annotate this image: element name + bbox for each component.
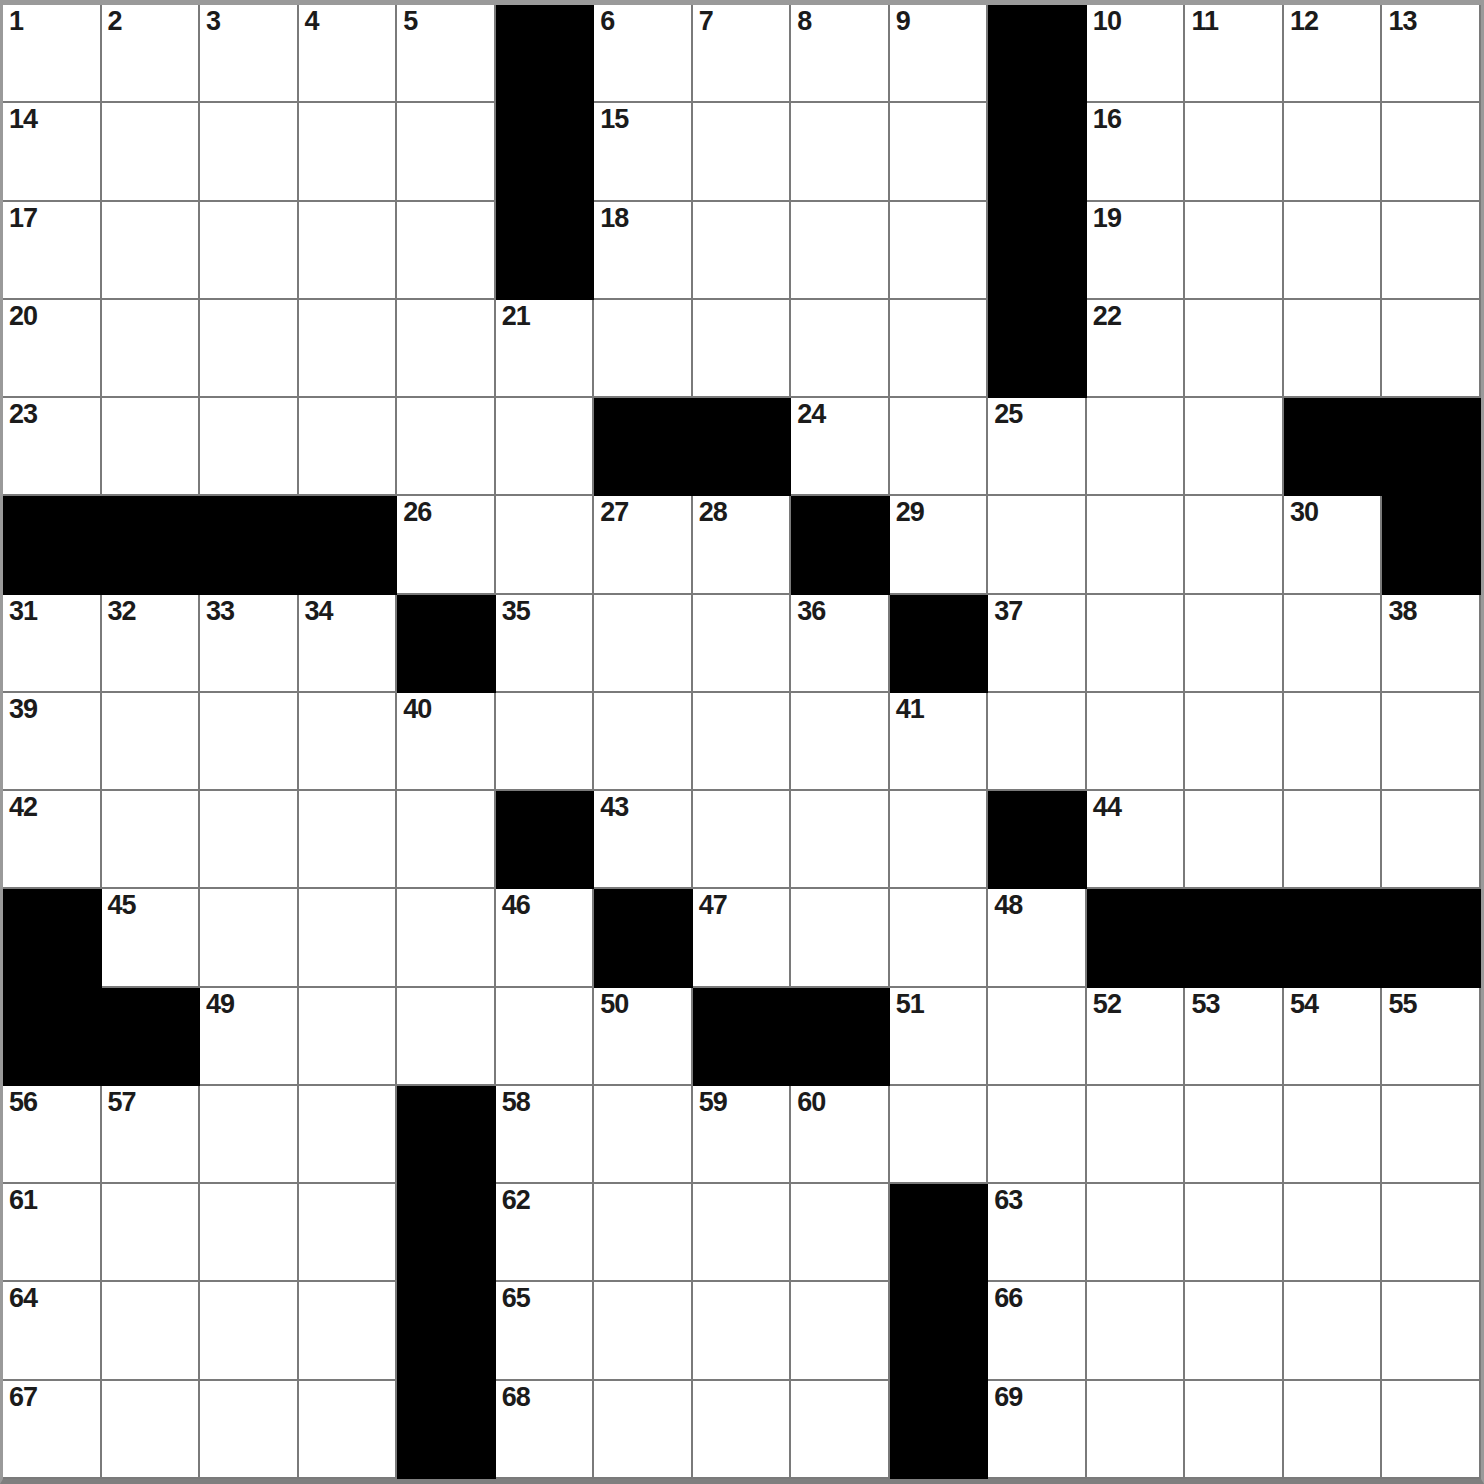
white-cell[interactable]: 3	[200, 5, 299, 103]
white-cell[interactable]: 29	[890, 496, 989, 594]
clue-number: 34	[305, 598, 333, 625]
white-cell[interactable]: 53	[1185, 988, 1284, 1086]
white-cell[interactable]: 38	[1382, 595, 1481, 693]
white-cell[interactable]	[1087, 1184, 1186, 1282]
white-cell[interactable]	[693, 103, 792, 201]
white-cell[interactable]	[1087, 693, 1186, 791]
white-cell[interactable]: 33	[200, 595, 299, 693]
clue-number: 6	[600, 8, 614, 35]
white-cell[interactable]	[1284, 791, 1383, 889]
white-cell[interactable]	[791, 1282, 890, 1380]
clue-number: 59	[699, 1089, 727, 1116]
clue-number: 60	[797, 1089, 825, 1116]
white-cell[interactable]	[1087, 496, 1186, 594]
white-cell[interactable]: 4	[299, 5, 398, 103]
white-cell[interactable]	[1185, 595, 1284, 693]
white-cell[interactable]	[299, 1086, 398, 1184]
black-cell	[693, 398, 792, 496]
white-cell[interactable]: 49	[200, 988, 299, 1086]
black-cell	[496, 791, 595, 889]
clue-number: 14	[9, 106, 37, 133]
white-cell[interactable]	[594, 300, 693, 398]
white-cell[interactable]	[594, 1184, 693, 1282]
white-cell[interactable]: 57	[102, 1086, 201, 1184]
white-cell[interactable]	[496, 988, 595, 1086]
white-cell[interactable]	[1284, 300, 1383, 398]
white-cell[interactable]	[594, 595, 693, 693]
white-cell[interactable]	[1087, 398, 1186, 496]
black-cell	[1087, 889, 1186, 987]
white-cell[interactable]	[200, 1282, 299, 1380]
white-cell[interactable]: 10	[1087, 5, 1186, 103]
white-cell[interactable]	[594, 693, 693, 791]
white-cell[interactable]	[397, 791, 496, 889]
clue-number: 16	[1093, 106, 1121, 133]
clue-number: 12	[1290, 8, 1318, 35]
clue-number: 51	[896, 991, 924, 1018]
clue-number: 15	[600, 106, 628, 133]
black-cell	[1284, 398, 1383, 496]
white-cell[interactable]: 45	[102, 889, 201, 987]
clue-number: 24	[797, 401, 825, 428]
black-cell	[200, 496, 299, 594]
white-cell[interactable]	[102, 300, 201, 398]
clue-number: 5	[403, 8, 417, 35]
white-cell[interactable]: 13	[1382, 5, 1481, 103]
white-cell[interactable]: 20	[3, 300, 102, 398]
clue-number: 4	[305, 8, 319, 35]
white-cell[interactable]	[693, 693, 792, 791]
white-cell[interactable]: 66	[988, 1282, 1087, 1380]
white-cell[interactable]	[693, 202, 792, 300]
clue-number: 29	[896, 499, 924, 526]
clue-number: 11	[1191, 8, 1218, 35]
white-cell[interactable]	[299, 693, 398, 791]
white-cell[interactable]	[1284, 103, 1383, 201]
white-cell[interactable]	[200, 1086, 299, 1184]
white-cell[interactable]	[594, 1282, 693, 1380]
clue-number: 54	[1290, 991, 1318, 1018]
white-cell[interactable]: 5	[397, 5, 496, 103]
white-cell[interactable]	[1185, 496, 1284, 594]
black-cell	[397, 1086, 496, 1184]
white-cell[interactable]: 67	[3, 1381, 102, 1479]
white-cell[interactable]	[1382, 103, 1481, 201]
black-cell	[890, 1381, 989, 1479]
white-cell[interactable]: 8	[791, 5, 890, 103]
white-cell[interactable]	[1087, 1086, 1186, 1184]
white-cell[interactable]: 34	[299, 595, 398, 693]
clue-number: 40	[403, 696, 431, 723]
white-cell[interactable]	[988, 496, 1087, 594]
clue-number: 66	[994, 1285, 1022, 1312]
black-cell	[890, 1282, 989, 1380]
clue-number: 48	[994, 892, 1022, 919]
white-cell[interactable]	[200, 791, 299, 889]
black-cell	[1382, 496, 1481, 594]
black-cell	[594, 889, 693, 987]
white-cell[interactable]: 63	[988, 1184, 1087, 1282]
clue-number: 61	[9, 1187, 37, 1214]
white-cell[interactable]: 23	[3, 398, 102, 496]
clue-number: 56	[9, 1089, 37, 1116]
clue-number: 17	[9, 205, 37, 232]
white-cell[interactable]	[1382, 1282, 1481, 1380]
white-cell[interactable]	[1185, 693, 1284, 791]
clue-number: 41	[896, 696, 924, 723]
white-cell[interactable]	[102, 791, 201, 889]
white-cell[interactable]	[200, 889, 299, 987]
clue-number: 20	[9, 303, 37, 330]
white-cell[interactable]	[594, 1381, 693, 1479]
clue-number: 45	[108, 892, 136, 919]
clue-number: 67	[9, 1384, 37, 1411]
black-cell	[988, 791, 1087, 889]
white-cell[interactable]: 25	[988, 398, 1087, 496]
white-cell[interactable]: 47	[693, 889, 792, 987]
clue-number: 35	[502, 598, 530, 625]
white-cell[interactable]	[1382, 202, 1481, 300]
white-cell[interactable]: 27	[594, 496, 693, 594]
white-cell[interactable]: 31	[3, 595, 102, 693]
white-cell[interactable]: 61	[3, 1184, 102, 1282]
clue-number: 42	[9, 794, 37, 821]
white-cell[interactable]: 52	[1087, 988, 1186, 1086]
white-cell[interactable]: 48	[988, 889, 1087, 987]
white-cell[interactable]	[791, 693, 890, 791]
white-cell[interactable]: 30	[1284, 496, 1383, 594]
clue-number: 31	[9, 598, 37, 625]
clue-number: 33	[206, 598, 234, 625]
white-cell[interactable]	[890, 398, 989, 496]
clue-number: 3	[206, 8, 220, 35]
white-cell[interactable]: 40	[397, 693, 496, 791]
white-cell[interactable]	[791, 791, 890, 889]
white-cell[interactable]: 21	[496, 300, 595, 398]
white-cell[interactable]	[594, 1086, 693, 1184]
white-cell[interactable]: 22	[1087, 300, 1186, 398]
white-cell[interactable]	[200, 103, 299, 201]
black-cell	[693, 988, 792, 1086]
clue-number: 26	[403, 499, 431, 526]
white-cell[interactable]: 37	[988, 595, 1087, 693]
white-cell[interactable]	[1382, 1381, 1481, 1479]
white-cell[interactable]: 17	[3, 202, 102, 300]
white-cell[interactable]	[1185, 1086, 1284, 1184]
clue-number: 62	[502, 1187, 530, 1214]
clue-number: 39	[9, 696, 37, 723]
white-cell[interactable]	[299, 988, 398, 1086]
clue-number: 2	[108, 8, 122, 35]
white-cell[interactable]	[102, 693, 201, 791]
white-cell[interactable]	[1284, 1381, 1383, 1479]
white-cell[interactable]	[890, 889, 989, 987]
white-cell[interactable]	[988, 1086, 1087, 1184]
clue-number: 32	[108, 598, 136, 625]
clue-number: 55	[1388, 991, 1416, 1018]
black-cell	[988, 202, 1087, 300]
clue-number: 30	[1290, 499, 1318, 526]
clue-number: 36	[797, 598, 825, 625]
white-cell[interactable]	[397, 103, 496, 201]
white-cell[interactable]	[496, 398, 595, 496]
white-cell[interactable]	[496, 693, 595, 791]
clue-number: 21	[502, 303, 530, 330]
white-cell[interactable]	[397, 889, 496, 987]
black-cell	[988, 5, 1087, 103]
white-cell[interactable]	[1382, 300, 1481, 398]
clue-number: 22	[1093, 303, 1121, 330]
white-cell[interactable]	[102, 202, 201, 300]
white-cell[interactable]	[693, 595, 792, 693]
white-cell[interactable]	[299, 103, 398, 201]
white-cell[interactable]	[1185, 1282, 1284, 1380]
white-cell[interactable]: 7	[693, 5, 792, 103]
white-cell[interactable]	[200, 1184, 299, 1282]
white-cell[interactable]	[1185, 398, 1284, 496]
clue-number: 69	[994, 1384, 1022, 1411]
white-cell[interactable]: 18	[594, 202, 693, 300]
white-cell[interactable]	[1185, 103, 1284, 201]
clue-number: 63	[994, 1187, 1022, 1214]
white-cell[interactable]: 12	[1284, 5, 1383, 103]
white-cell[interactable]	[1087, 1381, 1186, 1479]
white-cell[interactable]	[1284, 1086, 1383, 1184]
clue-number: 38	[1388, 598, 1416, 625]
white-cell[interactable]	[693, 791, 792, 889]
black-cell	[397, 595, 496, 693]
white-cell[interactable]: 62	[496, 1184, 595, 1282]
black-cell	[3, 988, 102, 1086]
black-cell	[102, 496, 201, 594]
white-cell[interactable]	[1382, 791, 1481, 889]
white-cell[interactable]: 59	[693, 1086, 792, 1184]
white-cell[interactable]: 54	[1284, 988, 1383, 1086]
white-cell[interactable]	[1382, 693, 1481, 791]
clue-number: 53	[1191, 991, 1219, 1018]
white-cell[interactable]: 6	[594, 5, 693, 103]
white-cell[interactable]: 32	[102, 595, 201, 693]
white-cell[interactable]	[988, 988, 1087, 1086]
clue-number: 7	[699, 8, 713, 35]
white-cell[interactable]	[1185, 1381, 1284, 1479]
black-cell	[299, 496, 398, 594]
white-cell[interactable]	[397, 202, 496, 300]
clue-number: 64	[9, 1285, 37, 1312]
clue-number: 13	[1388, 8, 1416, 35]
clue-number: 52	[1093, 991, 1121, 1018]
white-cell[interactable]	[299, 398, 398, 496]
black-cell	[397, 1184, 496, 1282]
clue-number: 10	[1093, 8, 1121, 35]
black-cell	[1382, 398, 1481, 496]
white-cell[interactable]: 51	[890, 988, 989, 1086]
black-cell	[397, 1282, 496, 1380]
white-cell[interactable]: 19	[1087, 202, 1186, 300]
white-cell[interactable]	[200, 202, 299, 300]
clue-number: 1	[9, 8, 23, 35]
clue-number: 65	[502, 1285, 530, 1312]
black-cell	[890, 595, 989, 693]
black-cell	[890, 1184, 989, 1282]
white-cell[interactable]: 56	[3, 1086, 102, 1184]
black-cell	[594, 398, 693, 496]
white-cell[interactable]: 46	[496, 889, 595, 987]
crossword-grid: 1234567891011121314151617181920212223242…	[0, 0, 1484, 1484]
white-cell[interactable]: 24	[791, 398, 890, 496]
white-cell[interactable]	[890, 1086, 989, 1184]
white-cell[interactable]	[1284, 1282, 1383, 1380]
clue-number: 68	[502, 1384, 530, 1411]
white-cell[interactable]	[397, 988, 496, 1086]
white-cell[interactable]	[693, 1282, 792, 1380]
black-cell	[397, 1381, 496, 1479]
white-cell[interactable]: 69	[988, 1381, 1087, 1479]
white-cell[interactable]: 14	[3, 103, 102, 201]
clue-number: 57	[108, 1089, 136, 1116]
clue-number: 58	[502, 1089, 530, 1116]
clue-number: 47	[699, 892, 727, 919]
white-cell[interactable]	[1284, 595, 1383, 693]
white-cell[interactable]: 26	[397, 496, 496, 594]
clue-number: 18	[600, 205, 628, 232]
clue-number: 44	[1093, 794, 1121, 821]
white-cell[interactable]	[890, 202, 989, 300]
white-cell[interactable]	[397, 300, 496, 398]
white-cell[interactable]: 68	[496, 1381, 595, 1479]
white-cell[interactable]	[299, 1381, 398, 1479]
clue-number: 9	[896, 8, 910, 35]
white-cell[interactable]	[1185, 791, 1284, 889]
black-cell	[988, 103, 1087, 201]
white-cell[interactable]	[299, 1184, 398, 1282]
black-cell	[1185, 889, 1284, 987]
clue-number: 25	[994, 401, 1022, 428]
white-cell[interactable]	[791, 889, 890, 987]
black-cell	[988, 300, 1087, 398]
white-cell[interactable]	[1185, 300, 1284, 398]
white-cell[interactable]: 41	[890, 693, 989, 791]
white-cell[interactable]: 28	[693, 496, 792, 594]
white-cell[interactable]	[1087, 595, 1186, 693]
black-cell	[791, 988, 890, 1086]
white-cell[interactable]: 44	[1087, 791, 1186, 889]
white-cell[interactable]	[299, 1282, 398, 1380]
white-cell[interactable]	[102, 103, 201, 201]
white-cell[interactable]	[299, 791, 398, 889]
white-cell[interactable]	[890, 103, 989, 201]
white-cell[interactable]: 11	[1185, 5, 1284, 103]
clue-number: 19	[1093, 205, 1121, 232]
white-cell[interactable]: 15	[594, 103, 693, 201]
white-cell[interactable]	[496, 496, 595, 594]
white-cell[interactable]	[1382, 1184, 1481, 1282]
black-cell	[496, 5, 595, 103]
clue-number: 50	[600, 991, 628, 1018]
white-cell[interactable]	[299, 300, 398, 398]
white-cell[interactable]: 42	[3, 791, 102, 889]
white-cell[interactable]	[693, 1381, 792, 1479]
white-cell[interactable]	[693, 1184, 792, 1282]
black-cell	[102, 988, 201, 1086]
white-cell[interactable]	[200, 300, 299, 398]
white-cell[interactable]	[1382, 1086, 1481, 1184]
white-cell[interactable]	[988, 693, 1087, 791]
clue-number: 8	[797, 8, 811, 35]
white-cell[interactable]	[200, 398, 299, 496]
white-cell[interactable]	[1284, 1184, 1383, 1282]
white-cell[interactable]	[397, 398, 496, 496]
white-cell[interactable]	[102, 398, 201, 496]
white-cell[interactable]	[791, 300, 890, 398]
clue-number: 37	[994, 598, 1022, 625]
white-cell[interactable]: 1	[3, 5, 102, 103]
white-cell[interactable]: 16	[1087, 103, 1186, 201]
white-cell[interactable]	[890, 300, 989, 398]
white-cell[interactable]	[299, 889, 398, 987]
black-cell	[3, 496, 102, 594]
clue-number: 23	[9, 401, 37, 428]
black-cell	[1382, 889, 1481, 987]
white-cell[interactable]	[1185, 202, 1284, 300]
white-cell[interactable]	[1185, 1184, 1284, 1282]
black-cell	[3, 889, 102, 987]
white-cell[interactable]: 39	[3, 693, 102, 791]
clue-number: 43	[600, 794, 628, 821]
white-cell[interactable]: 43	[594, 791, 693, 889]
white-cell[interactable]: 64	[3, 1282, 102, 1380]
white-cell[interactable]: 35	[496, 595, 595, 693]
white-cell[interactable]	[200, 1381, 299, 1479]
clue-number: 49	[206, 991, 234, 1018]
white-cell[interactable]	[102, 1184, 201, 1282]
white-cell[interactable]	[102, 1381, 201, 1479]
white-cell[interactable]: 2	[102, 5, 201, 103]
white-cell[interactable]: 9	[890, 5, 989, 103]
black-cell	[1284, 889, 1383, 987]
white-cell[interactable]	[1284, 202, 1383, 300]
black-cell	[496, 103, 595, 201]
white-cell[interactable]: 60	[791, 1086, 890, 1184]
white-cell[interactable]: 36	[791, 595, 890, 693]
white-cell[interactable]: 65	[496, 1282, 595, 1380]
white-cell[interactable]	[890, 791, 989, 889]
white-cell[interactable]	[1284, 693, 1383, 791]
white-cell[interactable]	[1087, 1282, 1186, 1380]
white-cell[interactable]	[200, 693, 299, 791]
clue-number: 28	[699, 499, 727, 526]
clue-number: 46	[502, 892, 530, 919]
white-cell[interactable]	[791, 202, 890, 300]
white-cell[interactable]: 50	[594, 988, 693, 1086]
white-cell[interactable]	[693, 300, 792, 398]
white-cell[interactable]	[791, 103, 890, 201]
white-cell[interactable]	[791, 1184, 890, 1282]
white-cell[interactable]	[102, 1282, 201, 1380]
white-cell[interactable]: 55	[1382, 988, 1481, 1086]
black-cell	[791, 496, 890, 594]
black-cell	[496, 202, 595, 300]
white-cell[interactable]	[791, 1381, 890, 1479]
white-cell[interactable]: 58	[496, 1086, 595, 1184]
white-cell[interactable]	[299, 202, 398, 300]
clue-number: 27	[600, 499, 628, 526]
